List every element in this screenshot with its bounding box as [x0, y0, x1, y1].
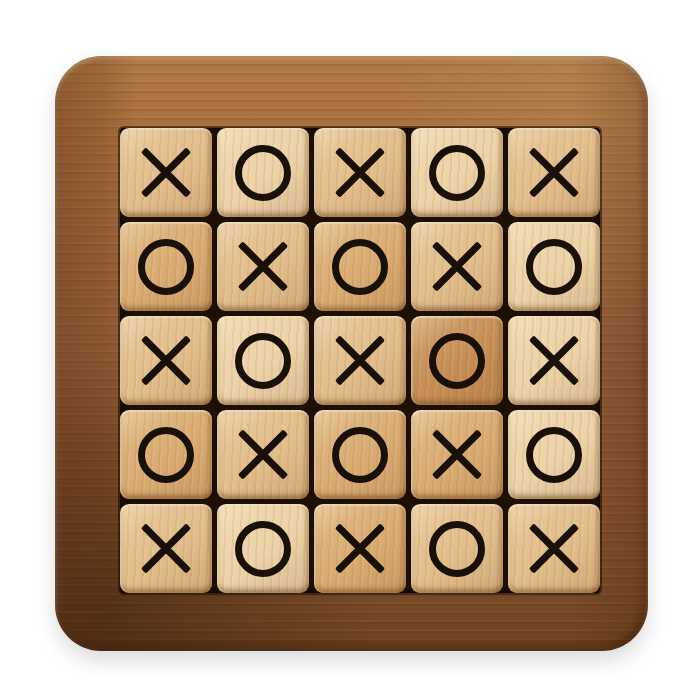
tile-r5c5-x[interactable]	[508, 504, 600, 593]
o-mark-icon	[235, 145, 291, 201]
o-mark-icon	[429, 521, 485, 577]
tile-r4c5-o[interactable]	[508, 410, 600, 499]
tile-r3c1-x[interactable]	[120, 316, 212, 405]
tile-r3c4-o[interactable]	[411, 316, 503, 405]
tile-r4c2-x[interactable]	[217, 410, 309, 499]
o-mark-icon	[235, 333, 291, 389]
o-mark-icon	[429, 145, 485, 201]
x-mark-icon	[135, 518, 197, 580]
tile-r5c4-o[interactable]	[411, 504, 503, 593]
o-mark-icon	[526, 427, 582, 483]
x-mark-icon	[523, 142, 585, 204]
tile-r2c5-o[interactable]	[508, 222, 600, 311]
o-mark-icon	[526, 239, 582, 295]
x-mark-icon	[329, 518, 391, 580]
tile-r2c4-x[interactable]	[411, 222, 503, 311]
o-mark-icon	[332, 427, 388, 483]
tile-r5c2-o[interactable]	[217, 504, 309, 593]
x-mark-icon	[232, 236, 294, 298]
x-mark-icon	[329, 142, 391, 204]
x-mark-icon	[523, 330, 585, 392]
tile-r1c4-o[interactable]	[411, 128, 503, 217]
x-mark-icon	[426, 236, 488, 298]
board-grid	[120, 128, 600, 593]
tile-r4c4-x[interactable]	[411, 410, 503, 499]
photo-background	[0, 0, 700, 700]
tile-r5c1-x[interactable]	[120, 504, 212, 593]
tile-r3c5-x[interactable]	[508, 316, 600, 405]
o-mark-icon	[138, 427, 194, 483]
x-mark-icon	[426, 424, 488, 486]
tile-r2c2-x[interactable]	[217, 222, 309, 311]
x-mark-icon	[329, 330, 391, 392]
tile-r1c5-x[interactable]	[508, 128, 600, 217]
tile-r3c3-x[interactable]	[314, 316, 406, 405]
o-mark-icon	[332, 239, 388, 295]
x-mark-icon	[232, 424, 294, 486]
tile-r4c3-o[interactable]	[314, 410, 406, 499]
tile-r2c3-o[interactable]	[314, 222, 406, 311]
tile-r1c2-o[interactable]	[217, 128, 309, 217]
tile-r4c1-o[interactable]	[120, 410, 212, 499]
tile-r5c3-x[interactable]	[314, 504, 406, 593]
x-mark-icon	[523, 518, 585, 580]
o-mark-icon	[138, 239, 194, 295]
tile-r1c3-x[interactable]	[314, 128, 406, 217]
x-mark-icon	[135, 142, 197, 204]
wooden-board-frame	[55, 56, 648, 651]
o-mark-icon	[429, 333, 485, 389]
tile-r2c1-o[interactable]	[120, 222, 212, 311]
tile-r1c1-x[interactable]	[120, 128, 212, 217]
x-mark-icon	[135, 330, 197, 392]
o-mark-icon	[235, 521, 291, 577]
tile-r3c2-o[interactable]	[217, 316, 309, 405]
tile-tray	[120, 128, 600, 593]
